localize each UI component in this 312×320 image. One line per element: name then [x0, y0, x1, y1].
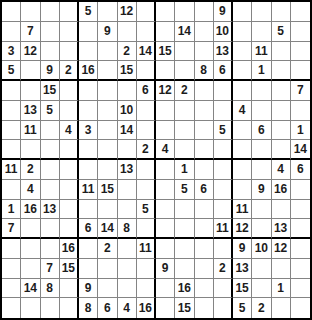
cell-r8c2[interactable] [21, 140, 40, 160]
cell-r10c6[interactable]: 15 [98, 180, 117, 200]
cell-r14c15[interactable] [272, 259, 291, 279]
cell-r4c15[interactable] [272, 61, 291, 81]
cell-digit: 7 [297, 84, 304, 96]
cell-r7c12[interactable]: 5 [214, 121, 233, 141]
cell-r9c6[interactable] [98, 160, 117, 180]
cell-r5c14[interactable] [252, 81, 271, 101]
cell-r16c2[interactable] [21, 298, 40, 318]
cell-r7c7[interactable]: 14 [118, 121, 137, 141]
cell-r14c12[interactable]: 2 [214, 259, 233, 279]
cell-r3c10[interactable] [175, 42, 194, 62]
cell-r16c4[interactable] [60, 298, 79, 318]
cell-digit: 6 [104, 302, 111, 314]
cell-r7c13[interactable] [233, 121, 252, 141]
cell-r8c12[interactable] [214, 140, 233, 160]
cell-r1c6[interactable] [98, 2, 117, 22]
cell-r11c4[interactable] [60, 200, 79, 220]
cell-r10c9[interactable] [156, 180, 175, 200]
cell-r12c8[interactable] [137, 219, 156, 239]
cell-r6c5[interactable] [79, 101, 98, 121]
cell-r12c2[interactable] [21, 219, 40, 239]
cell-r1c11[interactable] [195, 2, 214, 22]
cell-r9c11[interactable] [195, 160, 214, 180]
cell-r2c13[interactable] [233, 22, 252, 42]
cell-r11c13[interactable]: 11 [233, 200, 252, 220]
cell-r15c8[interactable] [137, 279, 156, 299]
cell-r1c12[interactable]: 9 [214, 2, 233, 22]
cell-r12c7[interactable]: 8 [118, 219, 137, 239]
cell-r7c15[interactable] [272, 121, 291, 141]
cell-r8c11[interactable] [195, 140, 214, 160]
cell-r15c2[interactable]: 14 [21, 279, 40, 299]
cell-r15c16[interactable] [291, 279, 310, 299]
cell-r5c1[interactable] [2, 81, 21, 101]
cell-r5c3[interactable]: 15 [41, 81, 60, 101]
cell-r9c3[interactable] [41, 160, 60, 180]
cell-r3c4[interactable] [60, 42, 79, 62]
cell-r11c11[interactable] [195, 200, 214, 220]
cell-r12c4[interactable] [60, 219, 79, 239]
cell-r5c6[interactable] [98, 81, 117, 101]
cell-r5c11[interactable] [195, 81, 214, 101]
cell-r8c4[interactable] [60, 140, 79, 160]
cell-digit: 6 [258, 124, 265, 136]
cell-r2c6[interactable]: 9 [98, 22, 117, 42]
cell-r3c7[interactable]: 2 [118, 42, 137, 62]
cell-r13c4[interactable]: 16 [60, 239, 79, 259]
cell-r5c16[interactable]: 7 [291, 81, 310, 101]
cell-r7c10[interactable] [175, 121, 194, 141]
cell-digit: 16 [274, 183, 287, 195]
cell-r11c9[interactable] [156, 200, 175, 220]
cell-r10c14[interactable]: 9 [252, 180, 271, 200]
cell-r15c9[interactable] [156, 279, 175, 299]
cell-digit: 12 [24, 45, 37, 57]
cell-r2c7[interactable] [118, 22, 137, 42]
cell-r2c12[interactable]: 10 [214, 22, 233, 42]
cell-r13c15[interactable]: 12 [272, 239, 291, 259]
cell-r2c2[interactable]: 7 [21, 22, 40, 42]
cell-r4c9[interactable] [156, 61, 175, 81]
cell-r1c5[interactable]: 5 [79, 2, 98, 22]
cell-r3c15[interactable] [272, 42, 291, 62]
cell-r6c6[interactable] [98, 101, 117, 121]
cell-digit: 9 [46, 64, 53, 76]
cell-r2c16[interactable] [291, 22, 310, 42]
cell-r4c5[interactable]: 16 [79, 61, 98, 81]
cell-r3c5[interactable] [79, 42, 98, 62]
cell-r6c9[interactable] [156, 101, 175, 121]
cell-digit: 7 [8, 222, 15, 234]
cell-r1c16[interactable] [291, 2, 310, 22]
cell-r6c1[interactable] [2, 101, 21, 121]
cell-r12c11[interactable] [195, 219, 214, 239]
cell-r16c6[interactable]: 6 [98, 298, 117, 318]
cell-r7c1[interactable] [2, 121, 21, 141]
cell-r10c12[interactable] [214, 180, 233, 200]
cell-r8c3[interactable] [41, 140, 60, 160]
cell-r15c10[interactable]: 16 [175, 279, 194, 299]
cell-r9c9[interactable] [156, 160, 175, 180]
cell-r16c8[interactable]: 16 [137, 298, 156, 318]
cell-r14c6[interactable] [98, 259, 117, 279]
cell-r6c2[interactable]: 13 [21, 101, 40, 121]
cell-r6c3[interactable]: 5 [41, 101, 60, 121]
cell-r9c15[interactable]: 4 [272, 160, 291, 180]
cell-r1c2[interactable] [21, 2, 40, 22]
cell-r7c11[interactable] [195, 121, 214, 141]
cell-r12c10[interactable] [175, 219, 194, 239]
cell-r2c1[interactable] [2, 22, 21, 42]
cell-digit: 1 [181, 163, 188, 175]
cell-r15c15[interactable]: 1 [272, 279, 291, 299]
cell-r11c12[interactable] [214, 200, 233, 220]
cell-r11c8[interactable]: 5 [137, 200, 156, 220]
cell-r1c1[interactable] [2, 2, 21, 22]
cell-r8c7[interactable] [118, 140, 137, 160]
cell-r14c10[interactable] [175, 259, 194, 279]
cell-r6c8[interactable] [137, 101, 156, 121]
cell-digit: 8 [85, 302, 92, 314]
cell-r9c7[interactable]: 13 [118, 160, 137, 180]
cell-r4c4[interactable]: 2 [60, 61, 79, 81]
cell-r5c15[interactable] [272, 81, 291, 101]
cell-r8c16[interactable]: 14 [291, 140, 310, 160]
cell-r16c13[interactable]: 5 [233, 298, 252, 318]
cell-r7c14[interactable]: 6 [252, 121, 271, 141]
cell-r4c10[interactable] [175, 61, 194, 81]
cell-r2c14[interactable] [252, 22, 271, 42]
cell-r11c16[interactable] [291, 200, 310, 220]
cell-r3c9[interactable]: 15 [156, 42, 175, 62]
cell-r5c7[interactable] [118, 81, 137, 101]
cell-r5c2[interactable] [21, 81, 40, 101]
cell-r7c2[interactable]: 11 [21, 121, 40, 141]
cell-digit: 11 [255, 45, 268, 57]
cell-r3c14[interactable]: 11 [252, 42, 271, 62]
cell-r7c9[interactable] [156, 121, 175, 141]
cell-r16c10[interactable]: 15 [175, 298, 194, 318]
cell-r14c2[interactable] [21, 259, 40, 279]
cell-r3c8[interactable]: 14 [137, 42, 156, 62]
cell-r4c14[interactable]: 1 [252, 61, 271, 81]
cell-digit: 11 [139, 242, 152, 254]
cell-digit: 9 [219, 5, 226, 17]
cell-r4c1[interactable]: 5 [2, 61, 21, 81]
cell-r14c13[interactable]: 13 [233, 259, 252, 279]
cell-r8c6[interactable] [98, 140, 117, 160]
cell-r12c15[interactable]: 13 [272, 219, 291, 239]
cell-digit: 13 [120, 163, 133, 175]
cell-r12c13[interactable]: 12 [233, 219, 252, 239]
cell-r10c13[interactable] [233, 180, 252, 200]
cell-r9c12[interactable] [214, 160, 233, 180]
cell-r16c15[interactable] [272, 298, 291, 318]
cell-r3c6[interactable] [98, 42, 117, 62]
cell-r3c12[interactable]: 13 [214, 42, 233, 62]
cell-r8c5[interactable] [79, 140, 98, 160]
cell-r5c5[interactable] [79, 81, 98, 101]
cell-r7c16[interactable]: 1 [291, 121, 310, 141]
cell-r10c8[interactable] [137, 180, 156, 200]
cell-digit: 13 [274, 222, 287, 234]
cell-r16c9[interactable] [156, 298, 175, 318]
cell-digit: 12 [235, 222, 248, 234]
cell-digit: 2 [104, 242, 111, 254]
cell-r8c14[interactable] [252, 140, 271, 160]
cell-r9c2[interactable]: 2 [21, 160, 40, 180]
cell-r1c14[interactable] [252, 2, 271, 22]
cell-r12c12[interactable]: 11 [214, 219, 233, 239]
cell-r1c13[interactable] [233, 2, 252, 22]
cell-digit: 8 [46, 282, 53, 294]
cell-r1c15[interactable] [272, 2, 291, 22]
cell-r9c5[interactable] [79, 160, 98, 180]
cell-r13c13[interactable]: 9 [233, 239, 252, 259]
cell-r2c9[interactable] [156, 22, 175, 42]
cell-r15c3[interactable]: 8 [41, 279, 60, 299]
cell-r11c15[interactable] [272, 200, 291, 220]
cell-r1c4[interactable] [60, 2, 79, 22]
cell-r9c1[interactable]: 11 [2, 160, 21, 180]
cell-r9c14[interactable] [252, 160, 271, 180]
cell-r10c11[interactable]: 6 [195, 180, 214, 200]
cell-r15c6[interactable] [98, 279, 117, 299]
cell-r6c12[interactable] [214, 101, 233, 121]
cell-r2c10[interactable]: 14 [175, 22, 194, 42]
cell-r7c5[interactable]: 3 [79, 121, 98, 141]
cell-r3c2[interactable]: 12 [21, 42, 40, 62]
cell-r9c16[interactable]: 6 [291, 160, 310, 180]
cell-digit: 16 [178, 282, 191, 294]
cell-r15c4[interactable] [60, 279, 79, 299]
cell-r11c2[interactable]: 16 [21, 200, 40, 220]
cell-r8c13[interactable] [233, 140, 252, 160]
cell-r7c6[interactable] [98, 121, 117, 141]
cell-r15c14[interactable] [252, 279, 271, 299]
cell-r15c1[interactable] [2, 279, 21, 299]
cell-digit: 6 [200, 183, 207, 195]
cell-r8c10[interactable] [175, 140, 194, 160]
cell-r2c8[interactable] [137, 22, 156, 42]
cell-r12c5[interactable]: 6 [79, 219, 98, 239]
cell-r10c7[interactable] [118, 180, 137, 200]
cell-r14c11[interactable] [195, 259, 214, 279]
cell-digit: 9 [258, 183, 265, 195]
cell-r15c12[interactable] [214, 279, 233, 299]
cell-r11c5[interactable] [79, 200, 98, 220]
cell-digit: 11 [82, 183, 95, 195]
cell-r14c7[interactable] [118, 259, 137, 279]
cell-r3c11[interactable] [195, 42, 214, 62]
cell-digit: 15 [158, 45, 171, 57]
cell-r7c8[interactable] [137, 121, 156, 141]
cell-r1c7[interactable]: 12 [118, 2, 137, 22]
cell-r6c14[interactable] [252, 101, 271, 121]
cell-r2c15[interactable]: 5 [272, 22, 291, 42]
cell-r8c8[interactable]: 2 [137, 140, 156, 160]
cell-r12c16[interactable] [291, 219, 310, 239]
cell-r1c8[interactable] [137, 2, 156, 22]
cell-r14c5[interactable] [79, 259, 98, 279]
cell-r4c13[interactable] [233, 61, 252, 81]
cell-r10c3[interactable] [41, 180, 60, 200]
cell-r11c10[interactable] [175, 200, 194, 220]
cell-digit: 9 [162, 262, 169, 274]
cell-r4c2[interactable] [21, 61, 40, 81]
cell-r13c6[interactable]: 2 [98, 239, 117, 259]
cell-r8c1[interactable] [2, 140, 21, 160]
cell-r16c12[interactable] [214, 298, 233, 318]
cell-r6c10[interactable] [175, 101, 194, 121]
cell-r12c3[interactable] [41, 219, 60, 239]
cell-r1c9[interactable] [156, 2, 175, 22]
cell-r4c6[interactable] [98, 61, 117, 81]
cell-digit: 14 [24, 282, 37, 294]
cell-r14c14[interactable] [252, 259, 271, 279]
cell-r13c7[interactable] [118, 239, 137, 259]
cell-digit: 11 [5, 163, 18, 175]
cell-r16c16[interactable] [291, 298, 310, 318]
cell-r9c13[interactable] [233, 160, 252, 180]
cell-r15c7[interactable] [118, 279, 137, 299]
cell-r13c3[interactable] [41, 239, 60, 259]
cell-r10c2[interactable]: 4 [21, 180, 40, 200]
cell-r14c8[interactable] [137, 259, 156, 279]
cell-r9c8[interactable] [137, 160, 156, 180]
cell-r6c7[interactable]: 10 [118, 101, 137, 121]
cell-r12c6[interactable]: 14 [98, 219, 117, 239]
cell-digit: 11 [216, 222, 229, 234]
cell-r16c5[interactable]: 8 [79, 298, 98, 318]
cell-digit: 12 [274, 242, 287, 254]
cell-r7c3[interactable] [41, 121, 60, 141]
cell-r4c11[interactable]: 8 [195, 61, 214, 81]
cell-r10c1[interactable] [2, 180, 21, 200]
cell-digit: 4 [239, 104, 246, 116]
cell-r7c4[interactable]: 4 [60, 121, 79, 141]
cell-r4c8[interactable] [137, 61, 156, 81]
cell-r3c3[interactable] [41, 42, 60, 62]
cell-r2c11[interactable] [195, 22, 214, 42]
cell-r5c13[interactable] [233, 81, 252, 101]
cell-r16c14[interactable]: 2 [252, 298, 271, 318]
cell-r5c10[interactable]: 2 [175, 81, 194, 101]
cell-digit: 7 [27, 25, 34, 37]
cell-r14c16[interactable] [291, 259, 310, 279]
cell-r6c15[interactable] [272, 101, 291, 121]
cell-r13c1[interactable] [2, 239, 21, 259]
cell-digit: 2 [27, 163, 34, 175]
cell-digit: 15 [43, 84, 56, 96]
cell-digit: 4 [123, 302, 130, 314]
cell-r2c3[interactable] [41, 22, 60, 42]
cell-r11c7[interactable] [118, 200, 137, 220]
cell-r14c4[interactable]: 15 [60, 259, 79, 279]
cell-r16c11[interactable] [195, 298, 214, 318]
cell-r6c16[interactable] [291, 101, 310, 121]
cell-r9c4[interactable] [60, 160, 79, 180]
cell-r11c1[interactable]: 1 [2, 200, 21, 220]
cell-r5c9[interactable]: 12 [156, 81, 175, 101]
cell-r11c3[interactable]: 13 [41, 200, 60, 220]
cell-r3c16[interactable] [291, 42, 310, 62]
cell-r15c11[interactable] [195, 279, 214, 299]
cell-digit: 6 [219, 64, 226, 76]
cell-r13c14[interactable]: 10 [252, 239, 271, 259]
cell-r12c14[interactable] [252, 219, 271, 239]
cell-r10c5[interactable]: 11 [79, 180, 98, 200]
cell-r6c13[interactable]: 4 [233, 101, 252, 121]
cell-digit: 12 [158, 84, 171, 96]
cell-r11c14[interactable] [252, 200, 271, 220]
cell-r6c4[interactable] [60, 101, 79, 121]
cell-r9c10[interactable]: 1 [175, 160, 194, 180]
cell-r8c15[interactable] [272, 140, 291, 160]
cell-r15c13[interactable]: 15 [233, 279, 252, 299]
cell-r15c5[interactable]: 9 [79, 279, 98, 299]
cell-digit: 10 [120, 104, 133, 116]
cell-r16c3[interactable] [41, 298, 60, 318]
cell-digit: 6 [297, 163, 304, 175]
cell-r5c8[interactable]: 6 [137, 81, 156, 101]
cell-r4c3[interactable]: 9 [41, 61, 60, 81]
cell-r8c9[interactable]: 4 [156, 140, 175, 160]
cell-r5c12[interactable] [214, 81, 233, 101]
cell-r2c5[interactable] [79, 22, 98, 42]
cell-r13c10[interactable] [175, 239, 194, 259]
cell-r13c2[interactable] [21, 239, 40, 259]
cell-r10c15[interactable]: 16 [272, 180, 291, 200]
cell-r16c7[interactable]: 4 [118, 298, 137, 318]
cell-r10c16[interactable] [291, 180, 310, 200]
cell-digit: 4 [65, 124, 72, 136]
cell-r4c7[interactable]: 15 [118, 61, 137, 81]
cell-r5c4[interactable] [60, 81, 79, 101]
cell-r13c8[interactable]: 11 [137, 239, 156, 259]
cell-digit: 4 [27, 183, 34, 195]
cell-r10c4[interactable] [60, 180, 79, 200]
cell-r10c10[interactable]: 5 [175, 180, 194, 200]
cell-r12c9[interactable] [156, 219, 175, 239]
cell-r6c11[interactable] [195, 101, 214, 121]
cell-r1c10[interactable] [175, 2, 194, 22]
cell-r13c11[interactable] [195, 239, 214, 259]
cell-r13c9[interactable] [156, 239, 175, 259]
cell-digit: 4 [162, 143, 169, 155]
cell-r16c1[interactable] [2, 298, 21, 318]
cell-r14c1[interactable] [2, 259, 21, 279]
cell-r1c3[interactable] [41, 2, 60, 22]
cell-digit: 5 [219, 124, 226, 136]
cell-r11c6[interactable] [98, 200, 117, 220]
cell-digit: 2 [258, 302, 265, 314]
cell-r3c1[interactable]: 3 [2, 42, 21, 62]
cell-digit: 13 [43, 203, 56, 215]
cell-digit: 13 [216, 45, 229, 57]
cell-r12c1[interactable]: 7 [2, 219, 21, 239]
cell-r13c12[interactable] [214, 239, 233, 259]
cell-digit: 13 [24, 104, 37, 116]
cell-r14c9[interactable]: 9 [156, 259, 175, 279]
cell-r13c16[interactable] [291, 239, 310, 259]
cell-r4c12[interactable]: 6 [214, 61, 233, 81]
cell-r4c16[interactable] [291, 61, 310, 81]
cell-r14c3[interactable]: 7 [41, 259, 60, 279]
cell-r3c13[interactable] [233, 42, 252, 62]
cell-r13c5[interactable] [79, 239, 98, 259]
cell-r2c4[interactable] [60, 22, 79, 42]
